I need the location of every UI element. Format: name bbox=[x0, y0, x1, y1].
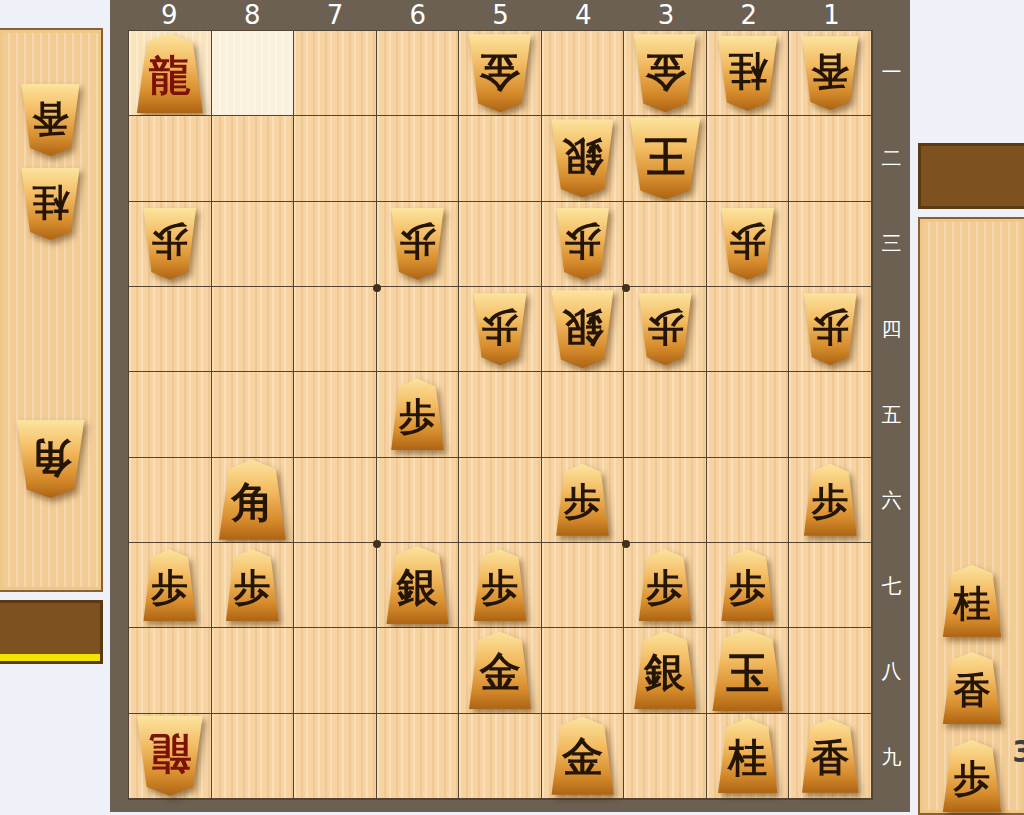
piece-kanji: 歩 bbox=[564, 223, 601, 260]
square-93[interactable]: 歩 bbox=[129, 202, 212, 287]
gote-piece-香[interactable]: 香 bbox=[20, 84, 82, 156]
square-79[interactable] bbox=[294, 714, 377, 799]
piece-body: 歩 bbox=[389, 208, 445, 280]
piece-body: 香 bbox=[800, 36, 860, 110]
square-13[interactable] bbox=[789, 202, 872, 287]
piece-kanji: 桂 bbox=[728, 51, 767, 90]
piece-body: 龍 bbox=[135, 33, 205, 113]
file-label-7: 7 bbox=[294, 0, 377, 30]
square-63[interactable]: 歩 bbox=[377, 202, 460, 287]
gote-piece-銀[interactable]: 銀 bbox=[550, 119, 616, 197]
piece-kanji: 角 bbox=[231, 481, 273, 523]
square-42[interactable]: 銀 bbox=[542, 116, 625, 201]
square-48[interactable] bbox=[542, 628, 625, 713]
piece-body: 龍 bbox=[135, 716, 205, 796]
piece-kanji: 歩 bbox=[647, 308, 684, 345]
piece-kanji: 玉 bbox=[726, 652, 769, 695]
square-24[interactable] bbox=[707, 287, 790, 372]
square-94[interactable] bbox=[129, 287, 212, 372]
rank-label-7: 七 bbox=[873, 543, 910, 629]
square-43[interactable]: 歩 bbox=[542, 202, 625, 287]
rank-label-3: 三 bbox=[873, 201, 910, 287]
square-58[interactable]: 金 bbox=[459, 628, 542, 713]
piece-body: 歩 bbox=[142, 549, 198, 621]
piece-body: 銀 bbox=[632, 631, 698, 709]
square-56[interactable] bbox=[459, 458, 542, 543]
piece-kanji: 歩 bbox=[647, 569, 684, 606]
piece-kanji: 桂 bbox=[32, 183, 69, 220]
piece-kanji: 桂 bbox=[954, 585, 991, 622]
square-14[interactable]: 歩 bbox=[789, 287, 872, 372]
piece-kanji: 歩 bbox=[399, 398, 436, 435]
file-label-5: 5 bbox=[459, 0, 542, 30]
piece-kanji: 桂 bbox=[728, 739, 767, 778]
square-28[interactable]: 玉 bbox=[707, 628, 790, 713]
sente-piece-歩[interactable]: 歩 bbox=[472, 549, 528, 621]
piece-body: 金 bbox=[467, 631, 533, 709]
gote-turn-indicator bbox=[0, 654, 100, 661]
square-61[interactable] bbox=[377, 31, 460, 116]
square-12[interactable] bbox=[789, 116, 872, 201]
promoted-gote-piece-龍[interactable]: 龍 bbox=[135, 716, 205, 796]
square-18[interactable] bbox=[789, 628, 872, 713]
square-45[interactable] bbox=[542, 372, 625, 457]
square-22[interactable] bbox=[707, 116, 790, 201]
square-72[interactable] bbox=[294, 116, 377, 201]
shogi-board: 987654321 一二三四五六七八九 龍金金桂香銀王歩歩歩歩歩銀歩歩歩角歩歩歩… bbox=[110, 0, 910, 812]
square-47[interactable] bbox=[542, 543, 625, 628]
square-86[interactable]: 角 bbox=[212, 458, 295, 543]
sente-piece-歩[interactable]: 歩 bbox=[389, 378, 445, 450]
piece-kanji: 歩 bbox=[151, 223, 188, 260]
piece-kanji: 歩 bbox=[954, 760, 991, 797]
piece-kanji: 歩 bbox=[729, 569, 766, 606]
piece-kanji: 歩 bbox=[812, 484, 849, 521]
square-16[interactable]: 歩 bbox=[789, 458, 872, 543]
square-59[interactable] bbox=[459, 714, 542, 799]
sente-hand-歩-count: 3 bbox=[1012, 734, 1024, 769]
sente-piece-金[interactable]: 金 bbox=[467, 631, 533, 709]
gote-piece-歩[interactable]: 歩 bbox=[472, 293, 528, 365]
piece-kanji: 金 bbox=[562, 738, 603, 779]
square-52[interactable] bbox=[459, 116, 542, 201]
square-29[interactable]: 桂 bbox=[707, 714, 790, 799]
file-labels: 987654321 bbox=[128, 0, 873, 30]
sente-piece-銀[interactable]: 銀 bbox=[632, 631, 698, 709]
square-99[interactable]: 龍 bbox=[129, 714, 212, 799]
gote-hand-香[interactable]: 香 bbox=[20, 84, 82, 156]
piece-body: 歩 bbox=[802, 464, 858, 536]
piece-body: 歩 bbox=[472, 293, 528, 365]
sente-piece-歩[interactable]: 歩 bbox=[555, 464, 611, 536]
file-label-4: 4 bbox=[542, 0, 625, 30]
piece-body: 歩 bbox=[224, 549, 280, 621]
piece-body: 歩 bbox=[142, 208, 198, 280]
sente-piece-桂[interactable]: 桂 bbox=[716, 718, 779, 793]
shogi-app: 香桂角 987654321 一二三四五六七八九 龍金金桂香銀王歩歩歩歩歩銀歩歩歩… bbox=[0, 0, 1024, 815]
square-97[interactable]: 歩 bbox=[129, 543, 212, 628]
piece-kanji: 歩 bbox=[729, 223, 766, 260]
piece-body: 桂 bbox=[716, 36, 779, 111]
square-81[interactable] bbox=[212, 31, 295, 116]
square-66[interactable] bbox=[377, 458, 460, 543]
square-11[interactable]: 香 bbox=[789, 31, 872, 116]
square-44[interactable]: 銀 bbox=[542, 287, 625, 372]
square-23[interactable]: 歩 bbox=[707, 202, 790, 287]
square-85[interactable] bbox=[212, 372, 295, 457]
square-35[interactable] bbox=[624, 372, 707, 457]
square-25[interactable] bbox=[707, 372, 790, 457]
square-31[interactable]: 金 bbox=[624, 31, 707, 116]
piece-kanji: 銀 bbox=[397, 567, 438, 608]
piece-body: 歩 bbox=[637, 293, 693, 365]
square-69[interactable] bbox=[377, 714, 460, 799]
piece-body: 玉 bbox=[710, 629, 785, 711]
square-19[interactable]: 香 bbox=[789, 714, 872, 799]
gote-piece-歩[interactable]: 歩 bbox=[555, 208, 611, 280]
square-82[interactable] bbox=[212, 116, 295, 201]
square-88[interactable] bbox=[212, 628, 295, 713]
gote-piece-角[interactable]: 角 bbox=[15, 420, 87, 498]
piece-body: 歩 bbox=[720, 549, 776, 621]
square-36[interactable] bbox=[624, 458, 707, 543]
rank-label-6: 六 bbox=[873, 458, 910, 544]
square-92[interactable] bbox=[129, 116, 212, 201]
square-67[interactable]: 銀 bbox=[377, 543, 460, 628]
piece-body: 歩 bbox=[720, 208, 776, 280]
star-point bbox=[622, 540, 630, 548]
square-98[interactable] bbox=[129, 628, 212, 713]
square-27[interactable]: 歩 bbox=[707, 543, 790, 628]
sente-piece-香[interactable]: 香 bbox=[800, 719, 860, 793]
sente-hand-香[interactable]: 香 bbox=[941, 652, 1003, 724]
piece-kanji: 歩 bbox=[399, 223, 436, 260]
sente-captured-tray: 桂香歩3 bbox=[918, 217, 1024, 815]
piece-kanji: 龍 bbox=[149, 55, 191, 97]
sente-piece-歩[interactable]: 歩 bbox=[802, 464, 858, 536]
square-38[interactable]: 銀 bbox=[624, 628, 707, 713]
sente-player-plate bbox=[918, 143, 1024, 209]
piece-kanji: 香 bbox=[811, 52, 849, 90]
piece-body: 歩 bbox=[555, 208, 611, 280]
piece-body: 桂 bbox=[941, 565, 1003, 637]
piece-body: 銀 bbox=[550, 119, 616, 197]
square-21[interactable]: 桂 bbox=[707, 31, 790, 116]
square-76[interactable] bbox=[294, 458, 377, 543]
square-64[interactable] bbox=[377, 287, 460, 372]
piece-kanji: 王 bbox=[644, 134, 687, 177]
piece-body: 香 bbox=[941, 652, 1003, 724]
piece-body: 歩 bbox=[637, 549, 693, 621]
sente-piece-歩[interactable]: 歩 bbox=[941, 740, 1003, 812]
square-83[interactable] bbox=[212, 202, 295, 287]
rank-label-4: 四 bbox=[873, 287, 910, 373]
piece-body: 香 bbox=[20, 84, 82, 156]
gote-piece-歩[interactable]: 歩 bbox=[142, 208, 198, 280]
square-51[interactable]: 金 bbox=[459, 31, 542, 116]
sente-piece-香[interactable]: 香 bbox=[941, 652, 1003, 724]
sente-piece-玉[interactable]: 玉 bbox=[710, 629, 785, 711]
piece-kanji: 香 bbox=[811, 739, 849, 777]
piece-body: 金 bbox=[632, 34, 698, 112]
piece-kanji: 龍 bbox=[149, 732, 191, 774]
piece-body: 王 bbox=[628, 117, 703, 199]
square-32[interactable]: 王 bbox=[624, 116, 707, 201]
gote-piece-香[interactable]: 香 bbox=[800, 36, 860, 110]
square-68[interactable] bbox=[377, 628, 460, 713]
file-label-9: 9 bbox=[128, 0, 211, 30]
square-41[interactable] bbox=[542, 31, 625, 116]
gote-captured-tray: 香桂角 bbox=[0, 28, 103, 592]
gote-piece-金[interactable]: 金 bbox=[632, 34, 698, 112]
square-33[interactable] bbox=[624, 202, 707, 287]
square-53[interactable] bbox=[459, 202, 542, 287]
gote-piece-歩[interactable]: 歩 bbox=[802, 293, 858, 365]
sente-piece-銀[interactable]: 銀 bbox=[384, 546, 450, 624]
piece-kanji: 香 bbox=[954, 672, 991, 709]
square-71[interactable] bbox=[294, 31, 377, 116]
square-17[interactable] bbox=[789, 543, 872, 628]
gote-piece-歩[interactable]: 歩 bbox=[720, 208, 776, 280]
square-26[interactable] bbox=[707, 458, 790, 543]
square-57[interactable]: 歩 bbox=[459, 543, 542, 628]
file-label-2: 2 bbox=[707, 0, 790, 30]
piece-body: 歩 bbox=[389, 378, 445, 450]
square-84[interactable] bbox=[212, 287, 295, 372]
square-89[interactable] bbox=[212, 714, 295, 799]
rank-label-2: 二 bbox=[873, 116, 910, 202]
square-87[interactable]: 歩 bbox=[212, 543, 295, 628]
piece-kanji: 銀 bbox=[645, 652, 686, 693]
gote-piece-桂[interactable]: 桂 bbox=[716, 36, 779, 111]
piece-body: 歩 bbox=[472, 549, 528, 621]
rank-label-5: 五 bbox=[873, 372, 910, 458]
gote-player-plate bbox=[0, 600, 103, 664]
piece-kanji: 歩 bbox=[234, 569, 271, 606]
rank-labels: 一二三四五六七八九 bbox=[873, 30, 910, 800]
rank-label-9: 九 bbox=[873, 715, 910, 801]
gote-piece-歩[interactable]: 歩 bbox=[637, 293, 693, 365]
piece-kanji: 香 bbox=[32, 99, 69, 136]
square-49[interactable]: 金 bbox=[542, 714, 625, 799]
square-15[interactable] bbox=[789, 372, 872, 457]
piece-body: 歩 bbox=[941, 740, 1003, 812]
piece-body: 香 bbox=[800, 719, 860, 793]
promoted-sente-piece-龍[interactable]: 龍 bbox=[135, 33, 205, 113]
gote-hand-角[interactable]: 角 bbox=[15, 420, 87, 498]
piece-kanji: 角 bbox=[30, 436, 71, 477]
file-label-1: 1 bbox=[790, 0, 873, 30]
piece-kanji: 歩 bbox=[481, 308, 518, 345]
rank-label-1: 一 bbox=[873, 30, 910, 116]
gote-piece-王[interactable]: 王 bbox=[628, 117, 703, 199]
piece-kanji: 金 bbox=[479, 652, 520, 693]
piece-kanji: 歩 bbox=[481, 569, 518, 606]
piece-body: 歩 bbox=[555, 464, 611, 536]
piece-kanji: 歩 bbox=[564, 484, 601, 521]
piece-body: 金 bbox=[467, 34, 533, 112]
gote-piece-歩[interactable]: 歩 bbox=[389, 208, 445, 280]
square-37[interactable]: 歩 bbox=[624, 543, 707, 628]
star-point bbox=[622, 284, 630, 292]
square-91[interactable]: 龍 bbox=[129, 31, 212, 116]
piece-body: 角 bbox=[15, 420, 87, 498]
board-grid: 龍金金桂香銀王歩歩歩歩歩銀歩歩歩角歩歩歩歩銀歩歩歩金銀玉龍金桂香 bbox=[128, 30, 873, 800]
sente-piece-歩[interactable]: 歩 bbox=[224, 549, 280, 621]
piece-body: 銀 bbox=[550, 290, 616, 368]
square-65[interactable]: 歩 bbox=[377, 372, 460, 457]
sente-hand-歩[interactable]: 歩3 bbox=[941, 740, 1003, 812]
sente-piece-歩[interactable]: 歩 bbox=[637, 549, 693, 621]
piece-kanji: 金 bbox=[479, 50, 520, 91]
sente-piece-金[interactable]: 金 bbox=[550, 717, 616, 795]
square-34[interactable]: 歩 bbox=[624, 287, 707, 372]
gote-piece-銀[interactable]: 銀 bbox=[550, 290, 616, 368]
square-73[interactable] bbox=[294, 202, 377, 287]
square-74[interactable] bbox=[294, 287, 377, 372]
gote-hand-桂[interactable]: 桂 bbox=[20, 168, 82, 240]
sente-hand-桂[interactable]: 桂 bbox=[941, 565, 1003, 637]
piece-kanji: 歩 bbox=[151, 569, 188, 606]
piece-body: 桂 bbox=[716, 718, 779, 793]
piece-body: 歩 bbox=[802, 293, 858, 365]
rank-label-8: 八 bbox=[873, 629, 910, 715]
sente-piece-桂[interactable]: 桂 bbox=[941, 565, 1003, 637]
piece-body: 桂 bbox=[20, 168, 82, 240]
star-point bbox=[373, 284, 381, 292]
piece-body: 銀 bbox=[384, 546, 450, 624]
gote-piece-桂[interactable]: 桂 bbox=[20, 168, 82, 240]
square-96[interactable] bbox=[129, 458, 212, 543]
square-55[interactable] bbox=[459, 372, 542, 457]
file-label-3: 3 bbox=[625, 0, 708, 30]
piece-body: 金 bbox=[550, 717, 616, 795]
piece-kanji: 金 bbox=[645, 50, 686, 91]
square-77[interactable] bbox=[294, 543, 377, 628]
square-95[interactable] bbox=[129, 372, 212, 457]
piece-kanji: 銀 bbox=[562, 136, 603, 177]
square-54[interactable]: 歩 bbox=[459, 287, 542, 372]
square-62[interactable] bbox=[377, 116, 460, 201]
piece-body: 角 bbox=[217, 460, 288, 540]
sente-piece-歩[interactable]: 歩 bbox=[142, 549, 198, 621]
sente-piece-歩[interactable]: 歩 bbox=[720, 549, 776, 621]
gote-piece-金[interactable]: 金 bbox=[467, 34, 533, 112]
file-label-8: 8 bbox=[211, 0, 294, 30]
square-46[interactable]: 歩 bbox=[542, 458, 625, 543]
file-label-6: 6 bbox=[376, 0, 459, 30]
sente-piece-角[interactable]: 角 bbox=[217, 460, 288, 540]
piece-kanji: 歩 bbox=[812, 308, 849, 345]
square-75[interactable] bbox=[294, 372, 377, 457]
piece-kanji: 銀 bbox=[562, 306, 603, 347]
square-39[interactable] bbox=[624, 714, 707, 799]
square-78[interactable] bbox=[294, 628, 377, 713]
